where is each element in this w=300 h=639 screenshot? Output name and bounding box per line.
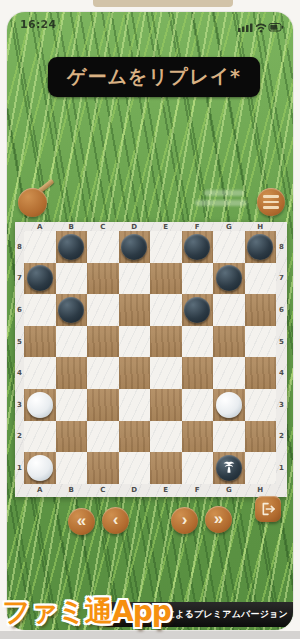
file-label-bottom-f: F (182, 484, 214, 497)
rank-label-right-1: 1 (276, 452, 287, 484)
square-e3[interactable] (150, 389, 182, 421)
square-b1[interactable] (56, 452, 88, 484)
square-d6[interactable] (119, 294, 151, 326)
step-forward-icon: › (182, 511, 188, 528)
square-d2[interactable] (119, 421, 151, 453)
square-h8[interactable] (245, 231, 277, 263)
dark-piece-h8[interactable] (247, 234, 273, 260)
file-label-top-a: A (24, 222, 56, 231)
square-h3[interactable] (245, 389, 277, 421)
rank-label-left-8: 8 (15, 231, 24, 263)
square-b8[interactable] (56, 231, 88, 263)
file-label-top-e: E (150, 222, 182, 231)
grass-background: 16:24 ゲームをリプレイ* (7, 12, 293, 630)
page-bottom-strip (0, 631, 300, 639)
square-b6[interactable] (56, 294, 88, 326)
square-f4[interactable] (182, 357, 214, 389)
square-g7[interactable] (213, 263, 245, 295)
rank-label-left-2: 2 (15, 421, 24, 453)
file-label-top-c: C (87, 222, 119, 231)
board-corner (276, 222, 287, 231)
file-label-bottom-a: A (24, 484, 56, 497)
square-a1[interactable] (24, 452, 56, 484)
status-time: 16:24 (20, 18, 57, 31)
square-d4[interactable] (119, 357, 151, 389)
square-c1[interactable] (87, 452, 119, 484)
rank-label-right-2: 2 (276, 421, 287, 453)
faint-text-remnant (195, 200, 247, 206)
fast-rewind-icon: « (77, 512, 86, 529)
palm-piece-g1[interactable] (216, 455, 242, 481)
square-e5[interactable] (150, 326, 182, 358)
square-c5[interactable] (87, 326, 119, 358)
file-label-top-g: G (213, 222, 245, 231)
rank-label-left-6: 6 (15, 294, 24, 326)
square-b4[interactable] (56, 357, 88, 389)
square-a5[interactable] (24, 326, 56, 358)
rank-label-left-3: 3 (15, 389, 24, 421)
square-f1[interactable] (182, 452, 214, 484)
step-forward-button[interactable]: › (171, 507, 198, 534)
square-e7[interactable] (150, 263, 182, 295)
square-b7[interactable] (56, 263, 88, 295)
file-label-bottom-e: E (150, 484, 182, 497)
light-piece-g3[interactable] (216, 392, 242, 418)
square-h4[interactable] (245, 357, 277, 389)
square-f8[interactable] (182, 231, 214, 263)
step-back-icon: ‹ (113, 511, 119, 528)
square-b2[interactable] (56, 421, 88, 453)
square-c2[interactable] (87, 421, 119, 453)
square-f2[interactable] (182, 421, 214, 453)
square-h6[interactable] (245, 294, 277, 326)
square-f5[interactable] (182, 326, 214, 358)
dark-piece-g7[interactable] (216, 265, 242, 291)
square-c7[interactable] (87, 263, 119, 295)
dark-piece-f8[interactable] (184, 234, 210, 260)
square-a3[interactable] (24, 389, 56, 421)
dark-piece-b8[interactable] (58, 234, 84, 260)
square-a4[interactable] (24, 357, 56, 389)
palm-tree-icon (221, 460, 237, 476)
square-g4[interactable] (213, 357, 245, 389)
file-label-bottom-d: D (119, 484, 151, 497)
light-piece-a3[interactable] (27, 392, 53, 418)
square-h1[interactable] (245, 452, 277, 484)
file-label-bottom-c: C (87, 484, 119, 497)
exit-button[interactable] (255, 496, 281, 522)
square-g1[interactable] (213, 452, 245, 484)
square-b3[interactable] (56, 389, 88, 421)
board-corner (276, 484, 287, 497)
square-d8[interactable] (119, 231, 151, 263)
square-d7[interactable] (119, 263, 151, 295)
square-c6[interactable] (87, 294, 119, 326)
square-a2[interactable] (24, 421, 56, 453)
file-label-top-h: H (245, 222, 277, 231)
square-b5[interactable] (56, 326, 88, 358)
square-a6[interactable] (24, 294, 56, 326)
rank-label-left-5: 5 (15, 326, 24, 358)
square-g3[interactable] (213, 389, 245, 421)
file-label-top-d: D (119, 222, 151, 231)
file-label-bottom-b: B (56, 484, 88, 497)
square-c4[interactable] (87, 357, 119, 389)
rank-label-right-8: 8 (276, 231, 287, 263)
square-e8[interactable] (150, 231, 182, 263)
dark-piece-d8[interactable] (121, 234, 147, 260)
fast-rewind-button[interactable]: « (68, 508, 95, 535)
faint-text-remnant (204, 190, 244, 196)
square-f3[interactable] (182, 389, 214, 421)
square-a8[interactable] (24, 231, 56, 263)
square-g2[interactable] (213, 421, 245, 453)
dark-piece-f6[interactable] (184, 297, 210, 323)
fast-forward-icon: » (214, 510, 223, 527)
rank-label-right-4: 4 (276, 357, 287, 389)
square-d5[interactable] (119, 326, 151, 358)
square-e2[interactable] (150, 421, 182, 453)
status-icons (238, 18, 284, 37)
square-f7[interactable] (182, 263, 214, 295)
square-c8[interactable] (87, 231, 119, 263)
square-g6[interactable] (213, 294, 245, 326)
square-f6[interactable] (182, 294, 214, 326)
light-piece-a1[interactable] (27, 455, 53, 481)
replay-title-banner: ゲームをリプレイ* (48, 57, 260, 97)
square-e1[interactable] (150, 452, 182, 484)
square-d1[interactable] (119, 452, 151, 484)
page-top-remnant (93, 0, 233, 7)
hamburger-icon (263, 195, 279, 197)
rank-label-left-4: 4 (15, 357, 24, 389)
square-h5[interactable] (245, 326, 277, 358)
file-label-bottom-h: H (245, 484, 277, 497)
square-d3[interactable] (119, 389, 151, 421)
watermark-logo: ファミ通App (2, 593, 171, 631)
square-g8[interactable] (213, 231, 245, 263)
rank-label-left-1: 1 (15, 452, 24, 484)
checkers-board: ABCDEFGH8877665544332211ABCDEFGH (15, 222, 287, 497)
page-title: ゲームをリプレイ* (67, 64, 241, 90)
board-corner (15, 222, 24, 231)
square-h7[interactable] (245, 263, 277, 295)
fast-forward-button[interactable]: » (205, 506, 232, 533)
rank-label-right-3: 3 (276, 389, 287, 421)
square-c3[interactable] (87, 389, 119, 421)
board-corner (15, 484, 24, 497)
rank-label-right-7: 7 (276, 263, 287, 295)
step-back-button[interactable]: ‹ (102, 507, 129, 534)
square-h2[interactable] (245, 421, 277, 453)
dark-piece-b6[interactable] (58, 297, 84, 323)
file-label-bottom-g: G (213, 484, 245, 497)
status-bar: 16:24 (7, 16, 293, 32)
square-e4[interactable] (150, 357, 182, 389)
rank-label-left-7: 7 (15, 263, 24, 295)
square-e6[interactable] (150, 294, 182, 326)
dark-piece-a7[interactable] (27, 265, 53, 291)
menu-button[interactable] (257, 188, 285, 216)
rank-label-right-5: 5 (276, 326, 287, 358)
square-g5[interactable] (213, 326, 245, 358)
square-a7[interactable] (24, 263, 56, 295)
file-label-top-b: B (56, 222, 88, 231)
rank-label-right-6: 6 (276, 294, 287, 326)
file-label-top-f: F (182, 222, 214, 231)
signal-wifi-battery-icon (238, 21, 284, 33)
edit-badge-button[interactable] (18, 188, 47, 217)
exit-icon (260, 501, 276, 517)
